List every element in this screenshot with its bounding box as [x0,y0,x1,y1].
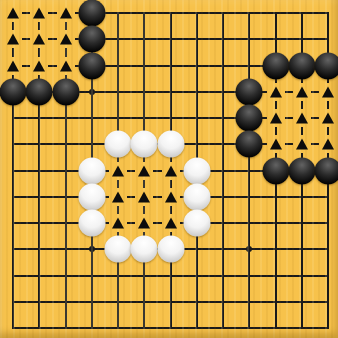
black-stone [0,78,27,105]
black-stone [262,157,289,184]
black-stone [78,26,105,53]
black-stone [288,52,315,79]
white-stone [183,210,210,237]
triangle-marker [7,8,19,19]
white-stone [131,236,158,263]
triangle-marker [165,218,177,229]
star-point [246,246,252,252]
black-stone [236,105,263,132]
triangle-marker [33,60,45,71]
star-point [89,89,95,95]
triangle-marker [270,113,282,124]
white-stone [105,131,132,158]
grid-line-h [12,301,329,303]
star-point [89,246,95,252]
triangle-marker [7,34,19,45]
black-stone [236,131,263,158]
triangle-marker [138,191,150,202]
go-board[interactable] [0,0,338,338]
triangle-marker [296,113,308,124]
triangle-marker [270,139,282,150]
triangle-marker [165,191,177,202]
black-stone [78,0,105,27]
black-stone [52,78,79,105]
white-stone [78,210,105,237]
black-stone [288,157,315,184]
triangle-marker [112,191,124,202]
triangle-marker [322,139,334,150]
black-stone [236,78,263,105]
grid-line-h [12,275,329,277]
screenshot-root [0,0,338,338]
triangle-marker [296,86,308,97]
triangle-marker [165,165,177,176]
triangle-marker [33,8,45,19]
white-stone [78,157,105,184]
triangle-marker [296,139,308,150]
triangle-marker [60,60,72,71]
triangle-marker [33,34,45,45]
triangle-marker [7,60,19,71]
triangle-marker [322,113,334,124]
triangle-marker [138,218,150,229]
white-stone [78,183,105,210]
grid-line-v [222,12,224,329]
triangle-marker [138,165,150,176]
black-stone [26,78,53,105]
triangle-marker [322,86,334,97]
triangle-marker [270,86,282,97]
white-stone [157,236,184,263]
grid-line-v [248,12,250,329]
triangle-marker [112,218,124,229]
white-stone [183,157,210,184]
black-stone [78,52,105,79]
triangle-marker [112,165,124,176]
black-stone [315,52,338,79]
white-stone [183,183,210,210]
white-stone [105,236,132,263]
black-stone [262,52,289,79]
white-stone [157,131,184,158]
white-stone [131,131,158,158]
grid-line-h [12,327,329,329]
triangle-marker [60,8,72,19]
triangle-marker [60,34,72,45]
black-stone [315,157,338,184]
